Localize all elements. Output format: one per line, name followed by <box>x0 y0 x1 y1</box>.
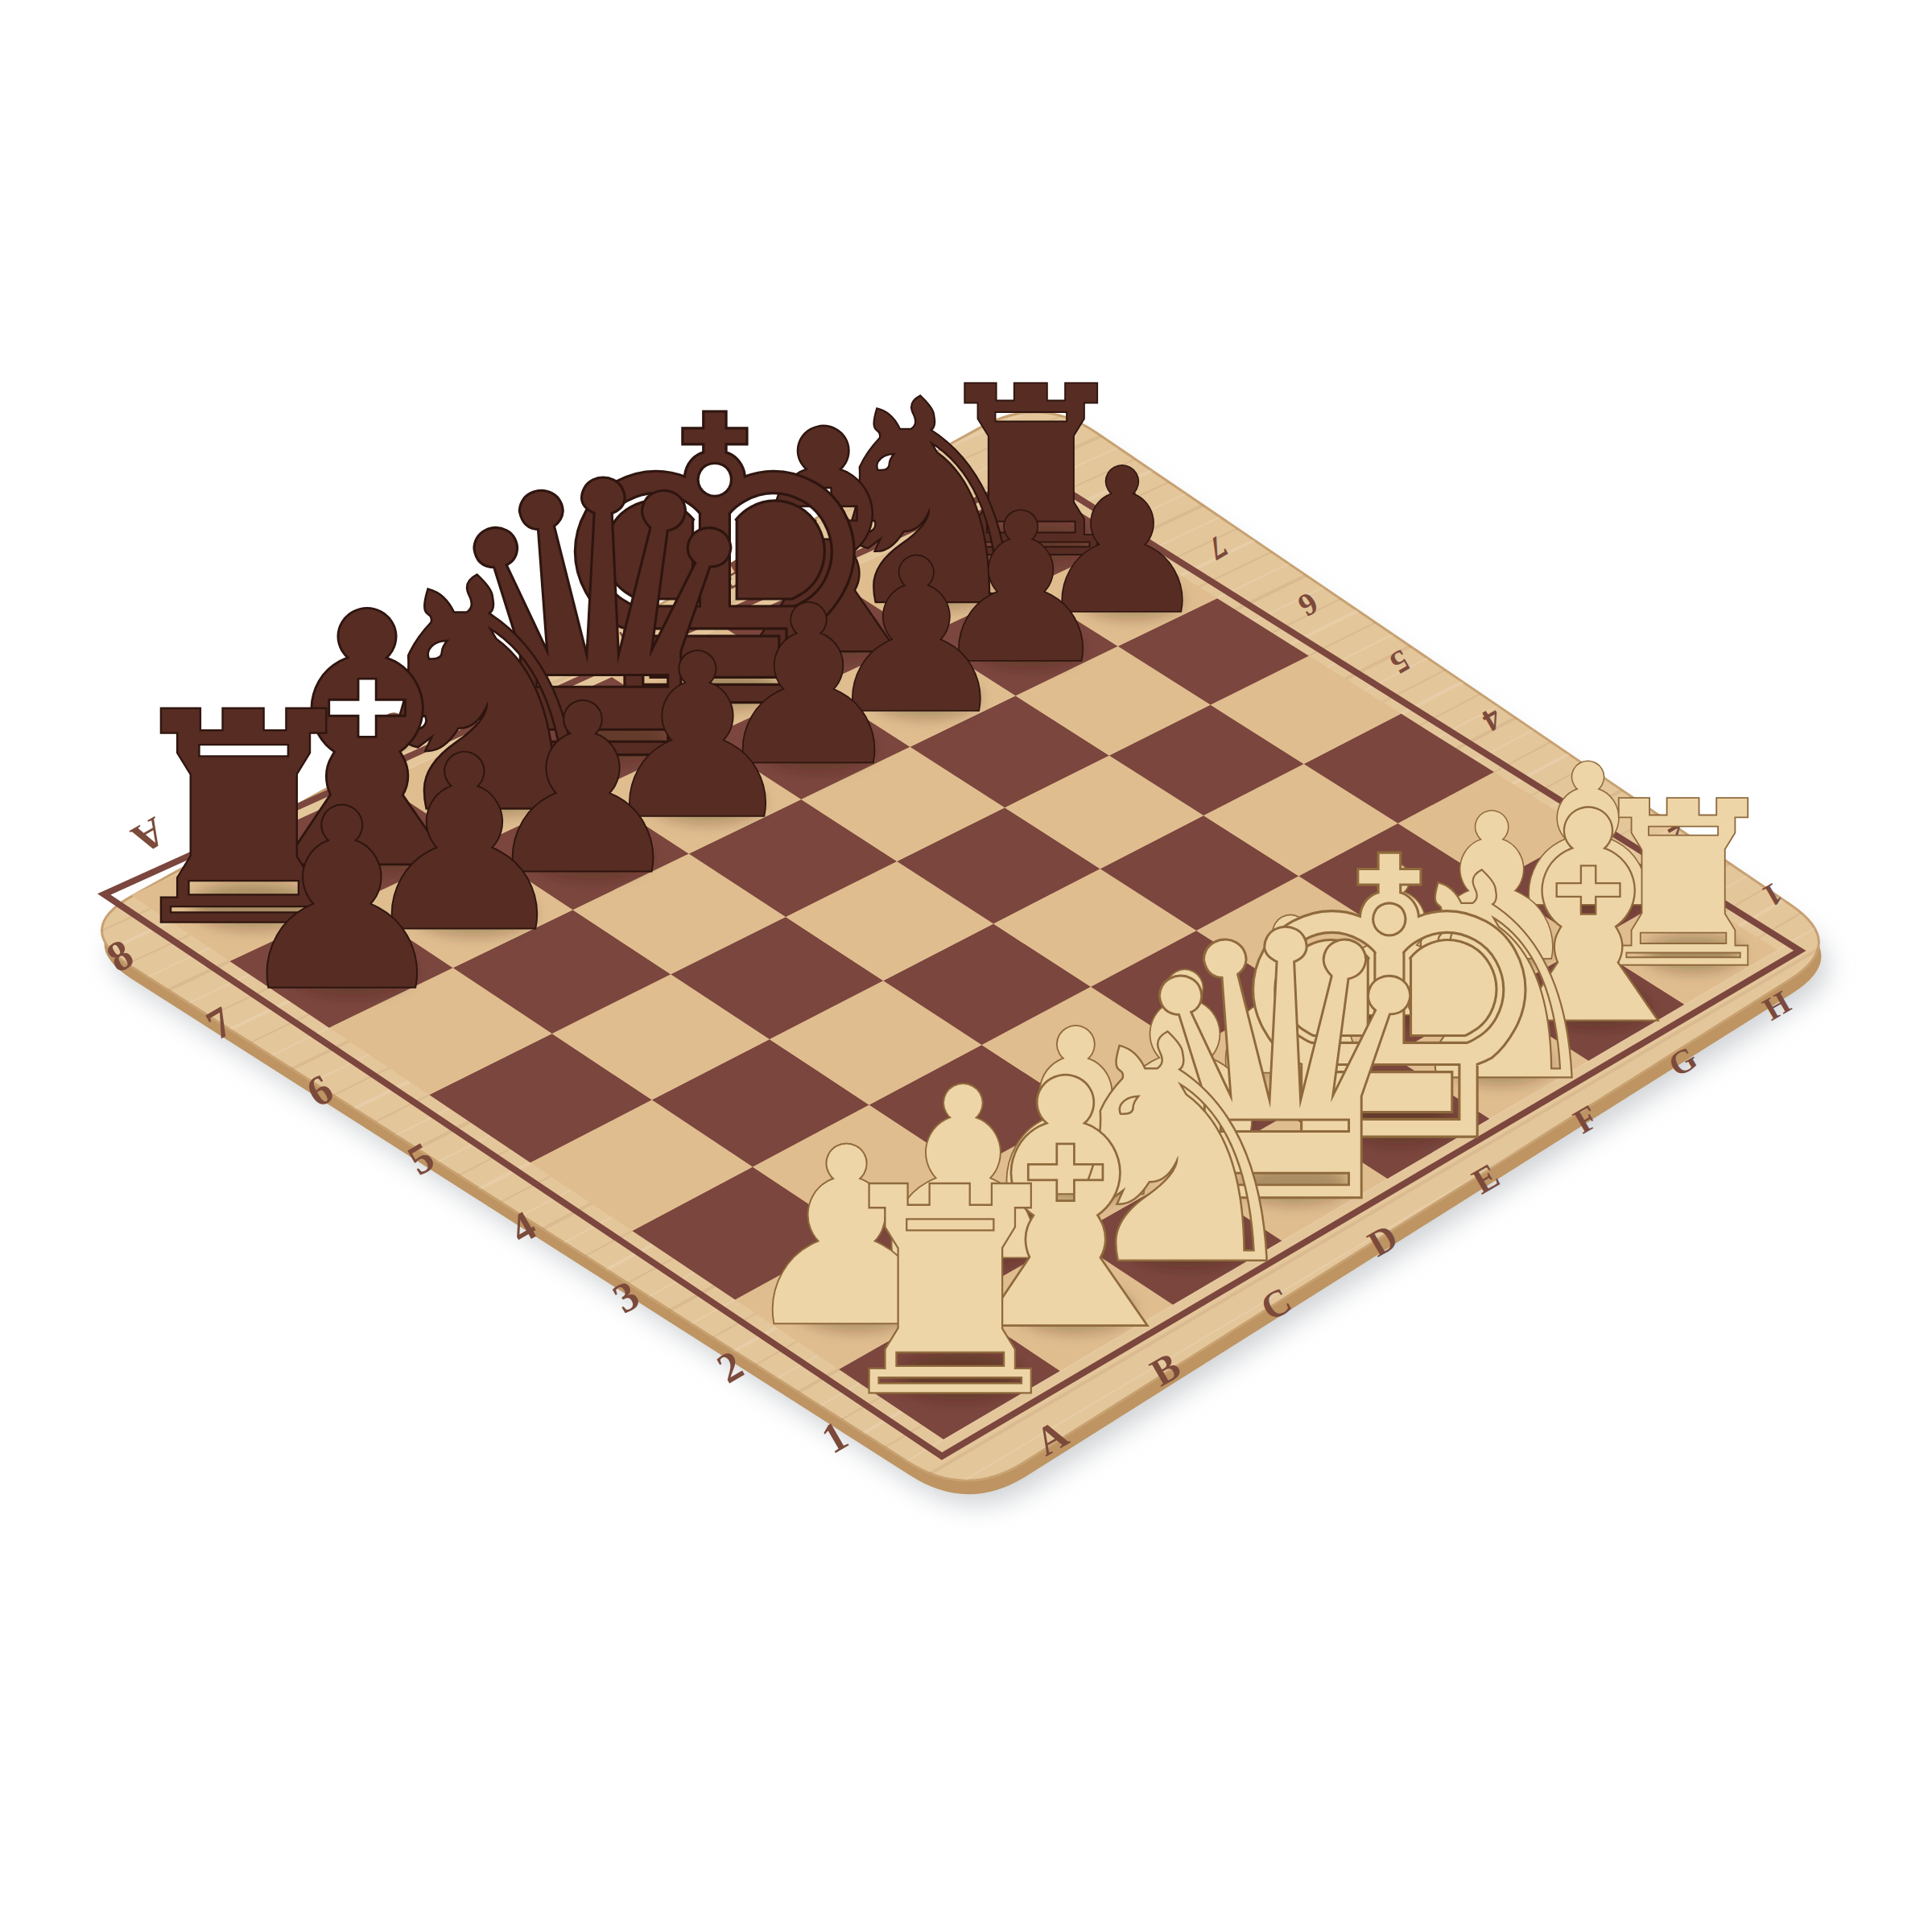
piece-white-rook-a1: ♜ <box>823 1128 1078 1459</box>
product-photo-scene: AA11BB22CC33DD44EE55FF66GG77HH88♜♞♟♝♟♚♟♛… <box>0 0 1932 1932</box>
piece-black-pawn-a7: ♟ <box>231 757 453 1046</box>
chess-board-photo: AA11BB22CC33DD44EE55FF66GG77HH88♜♞♟♝♟♚♟♛… <box>0 0 1932 1932</box>
